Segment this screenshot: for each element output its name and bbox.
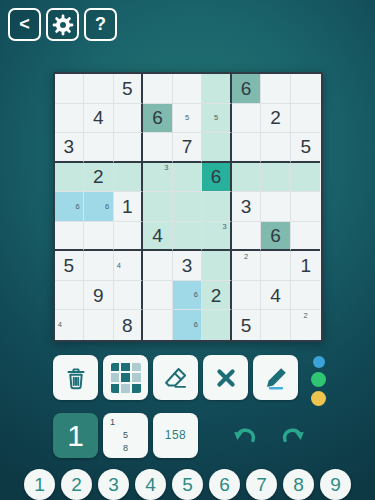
cell-value: 2 [211,286,222,305]
cell-r3c7[interactable] [232,133,262,163]
pencil-marks: 3 [203,223,229,249]
cell-r4c4[interactable]: 3 [143,163,173,193]
cell-r2c5[interactable]: 5 [173,104,203,134]
numpad-2[interactable]: 2 [61,469,92,500]
pencil-marks: 2 [292,311,320,339]
pencil-marks: 4 [56,311,83,339]
cell-r5c8[interactable] [261,192,291,222]
cell-value: 3 [241,197,252,216]
cell-r1c2[interactable] [84,74,114,104]
cell-value: 5 [122,79,133,98]
sudoku-board: 5646552375236661343654321962448652 [53,72,323,342]
cell-r5c2[interactable]: 6 [84,192,114,222]
cell-r7c5[interactable]: 3 [173,251,203,281]
cell-r9c3[interactable]: 8 [114,310,144,340]
cell-r5c7[interactable]: 3 [232,192,262,222]
cell-r3c1[interactable]: 3 [55,133,85,163]
pencil-marks: 3 [144,164,171,191]
cell-r5c3[interactable]: 1 [114,192,144,222]
trash-icon [62,364,90,392]
cell-r4c6[interactable]: 6 [202,163,232,193]
cell-value: 5 [63,256,74,275]
cell-r5c4[interactable] [143,192,173,222]
x-icon [212,364,240,392]
cell-r6c5[interactable] [173,222,203,252]
cell-r1c4[interactable] [143,74,173,104]
cell-r1c5[interactable] [173,74,203,104]
cell-value: 2 [93,167,104,186]
cell-r8c8[interactable]: 4 [261,281,291,311]
normal-mode-button[interactable]: 1 [53,413,98,458]
numpad-8[interactable]: 8 [283,469,314,500]
cell-value: 3 [182,256,193,275]
cell-r4c7[interactable] [232,163,262,193]
cell-r5c6[interactable] [202,192,232,222]
cell-r1c9[interactable] [291,74,321,104]
cell-r5c9[interactable] [291,192,321,222]
gear-icon [51,13,75,37]
numpad-7[interactable]: 7 [246,469,277,500]
pencil-marks: 5 [174,105,201,132]
cell-r2c7[interactable] [232,104,262,134]
pencil-marks: 4 [115,252,141,279]
eraser-icon [162,364,190,392]
cell-r8c6[interactable]: 2 [202,281,232,311]
cell-value: 8 [122,316,133,335]
cell-r5c1[interactable]: 6 [55,192,85,222]
cell-r6c1[interactable] [55,222,85,252]
pencil-marks: 6 [174,282,201,309]
numpad-9[interactable]: 9 [320,469,351,500]
cell-r4c9[interactable] [291,163,321,193]
cell-r2c1[interactable] [55,104,85,134]
clear-button[interactable] [203,355,248,400]
cell-value: 3 [63,137,74,156]
cell-r8c4[interactable] [143,281,173,311]
cell-r4c1[interactable] [55,163,85,193]
pencil-marks: 2 [233,252,260,279]
cell-r3c3[interactable] [114,133,144,163]
cell-r8c2[interactable]: 9 [84,281,114,311]
cell-r9c7[interactable]: 5 [232,310,262,340]
yellow-dot[interactable] [311,391,326,406]
cell-value: 7 [182,137,193,156]
cell-r8c7[interactable] [232,281,262,311]
pencil-marks: 6 [56,193,83,220]
help-button[interactable]: ? [84,8,117,41]
green-dot[interactable] [311,372,326,387]
cell-r7c3[interactable]: 4 [114,251,144,281]
pencil-marks: 5 [203,105,229,132]
cell-value: 4 [152,226,163,245]
cell-r9c9[interactable]: 2 [291,310,321,340]
numpad-1[interactable]: 1 [24,469,55,500]
grid-icon [111,363,141,393]
cell-r1c1[interactable] [55,74,85,104]
cell-r7c7[interactable]: 2 [232,251,262,281]
pencil-marks: 6 [174,311,201,339]
cell-value: 6 [152,108,163,127]
cell-r9c1[interactable]: 4 [55,310,85,340]
cell-r7c8[interactable] [261,251,291,281]
cell-r4c8[interactable] [261,163,291,193]
cell-r4c5[interactable] [173,163,203,193]
cell-r3c6[interactable] [202,133,232,163]
cell-value: 6 [211,167,222,186]
number-pad: 123456789 [0,469,375,500]
cell-value: 5 [241,316,252,335]
cell-r8c3[interactable] [114,281,144,311]
cell-r7c2[interactable] [84,251,114,281]
corner-marks-preview: 158 [106,416,145,455]
cell-r6c2[interactable] [84,222,114,252]
cell-r6c8[interactable]: 6 [261,222,291,252]
color-dots [311,355,326,406]
cell-r6c7[interactable] [232,222,262,252]
cell-r7c4[interactable] [143,251,173,281]
cell-r5c5[interactable] [173,192,203,222]
cell-r2c6[interactable]: 5 [202,104,232,134]
pen-icon [262,364,290,392]
cell-value: 1 [122,197,133,216]
numpad-3[interactable]: 3 [98,469,129,500]
cell-r9c8[interactable] [261,310,291,340]
cell-value: 2 [270,108,281,127]
undo-icon [229,421,261,451]
settings-button[interactable] [46,8,79,41]
cell-r3c4[interactable] [143,133,173,163]
redo-icon [277,421,309,451]
history-controls [229,421,309,451]
sudoku-app: < ? 5646552375236661343654321962448652 [0,0,375,500]
cell-r9c2[interactable] [84,310,114,340]
pencil-marks: 6 [85,193,112,220]
cell-value: 6 [241,79,252,98]
cell-r1c6[interactable] [202,74,232,104]
cell-value: 5 [300,137,311,156]
cell-r1c3[interactable]: 5 [114,74,144,104]
pen-button[interactable] [253,355,298,400]
cell-r7c9[interactable]: 1 [291,251,321,281]
cell-r1c8[interactable] [261,74,291,104]
cell-r9c5[interactable]: 6 [173,310,203,340]
cell-r6c3[interactable] [114,222,144,252]
cell-value: 4 [93,108,104,127]
cell-r9c4[interactable] [143,310,173,340]
cell-r3c9[interactable]: 5 [291,133,321,163]
cell-value: 9 [93,286,104,305]
cell-value: 4 [270,286,281,305]
cell-r8c1[interactable] [55,281,85,311]
back-button[interactable]: < [8,8,41,41]
numpad-4[interactable]: 4 [135,469,166,500]
center-marks-mode-button[interactable]: 158 [153,413,198,458]
topbar: < ? [0,0,375,41]
cell-r3c5[interactable]: 7 [173,133,203,163]
cell-r9c6[interactable] [202,310,232,340]
cell-r8c5[interactable]: 6 [173,281,203,311]
toolbar [53,355,375,406]
numpad-5[interactable]: 5 [172,469,203,500]
cell-value: 6 [270,226,281,245]
cell-value: 1 [300,256,311,275]
numpad-6[interactable]: 6 [209,469,240,500]
cell-r6c4[interactable]: 4 [143,222,173,252]
cell-r7c6[interactable] [202,251,232,281]
blue-dot[interactable] [313,356,325,368]
undo-button[interactable] [229,421,261,451]
cell-r3c8[interactable] [261,133,291,163]
cell-r7c1[interactable]: 5 [55,251,85,281]
eraser-button[interactable] [153,355,198,400]
cell-r2c4[interactable]: 6 [143,104,173,134]
cell-r4c3[interactable] [114,163,144,193]
cell-r2c9[interactable] [291,104,321,134]
entry-mode-bar: 1 158 158 [53,413,375,458]
cell-r8c9[interactable] [291,281,321,311]
cell-r4c2[interactable]: 2 [84,163,114,193]
cell-r2c8[interactable]: 2 [261,104,291,134]
corner-marks-mode-button[interactable]: 158 [103,413,148,458]
cell-r6c9[interactable] [291,222,321,252]
color-grid-button[interactable] [103,355,148,400]
cell-r2c2[interactable]: 4 [84,104,114,134]
cell-r2c3[interactable] [114,104,144,134]
cell-r3c2[interactable] [84,133,114,163]
delete-button[interactable] [53,355,98,400]
cell-r6c6[interactable]: 3 [202,222,232,252]
cell-r1c7[interactable]: 6 [232,74,262,104]
redo-button[interactable] [277,421,309,451]
